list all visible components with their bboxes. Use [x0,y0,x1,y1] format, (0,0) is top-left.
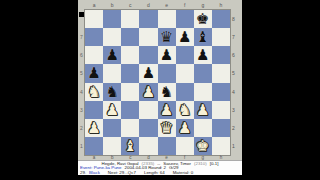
rank-label-left-4: 4 [78,83,85,101]
file-label-d: d [139,155,157,160]
square-f8[interactable] [176,10,194,28]
square-b4[interactable]: ♞ [103,83,121,101]
square-c5[interactable] [121,64,139,82]
white-pawn[interactable]: ♟ [87,119,100,137]
square-c1[interactable]: ♝ [121,137,139,155]
square-c6[interactable] [121,46,139,64]
rank-label-left-2: 2 [78,119,85,137]
square-f5[interactable] [176,64,194,82]
square-a5[interactable]: ♟ [85,64,103,82]
video-frame: abcdefgh 7654321 ♚♛♟♝♟♟♟♟♟♞♞♟♞♟♟♞♟♟♛♟♝♚ … [0,0,320,180]
file-label-a: a [85,155,103,160]
black-king[interactable]: ♚ [196,10,209,28]
square-g7[interactable]: ♝ [194,28,212,46]
status-line: 29.BlackNext: 29...Qc7Length: 64Material… [78,171,242,175]
square-f4[interactable] [176,83,194,101]
black-knight[interactable]: ♞ [160,83,173,101]
square-b6[interactable]: ♟ [103,46,121,64]
next-move: Next: 29...Qc7 [108,170,136,175]
square-g4[interactable] [194,83,212,101]
square-e7[interactable]: ♛ [158,28,176,46]
square-b3[interactable]: ♟ [103,101,121,119]
rank-label-right-2: 2 [230,119,242,137]
square-d3[interactable] [139,101,157,119]
black-queen[interactable]: ♛ [160,28,173,46]
black-to-move-indicator [79,12,84,17]
rank-label-left-1: 1 [78,137,85,155]
black-bishop[interactable]: ♝ [196,28,209,46]
square-a2[interactable]: ♟ [85,119,103,137]
file-labels-top: abcdefgh [78,0,242,10]
square-h7[interactable] [212,28,230,46]
black-knight[interactable]: ♞ [105,83,118,101]
black-pawn[interactable]: ♟ [160,46,173,64]
rank-label-left-7: 7 [78,28,85,46]
white-king[interactable]: ♚ [196,137,209,155]
square-b1[interactable] [103,137,121,155]
square-h4[interactable] [212,83,230,101]
white-pawn[interactable]: ♟ [105,101,118,119]
square-d5[interactable]: ♟ [139,64,157,82]
square-h5[interactable] [212,64,230,82]
rank-label-left-3: 3 [78,101,85,119]
chess-board[interactable]: ♚♛♟♝♟♟♟♟♟♞♞♟♞♟♟♞♟♟♛♟♝♚ [85,10,230,155]
white-queen[interactable]: ♛ [160,119,173,137]
square-a6[interactable] [85,46,103,64]
square-a8[interactable] [85,10,103,28]
square-g2[interactable] [194,119,212,137]
square-b8[interactable] [103,10,121,28]
file-label-c: c [121,0,139,10]
game-info-panel: Hegde, Ravi Gopal(2335)--Saseev, Timor(2… [78,160,242,175]
square-h2[interactable] [212,119,230,137]
square-e8[interactable] [158,10,176,28]
file-label-a: a [85,0,103,10]
square-d6[interactable] [139,46,157,64]
rank-label-left-5: 5 [78,64,85,82]
black-pawn[interactable]: ♟ [142,64,155,82]
file-label-g: g [194,155,212,160]
square-d2[interactable] [139,119,157,137]
square-a1[interactable] [85,137,103,155]
white-pawn[interactable]: ♟ [178,119,191,137]
rank-label-right-8: 8 [230,10,242,28]
black-pawn[interactable]: ♟ [178,28,191,46]
file-label-g: g [194,0,212,10]
square-c4[interactable] [121,83,139,101]
black-pawn[interactable]: ♟ [87,64,100,82]
square-e5[interactable] [158,64,176,82]
square-a7[interactable] [85,28,103,46]
square-e4[interactable]: ♞ [158,83,176,101]
file-label-h: h [212,155,230,160]
square-b5[interactable] [103,64,121,82]
square-e3[interactable]: ♟ [158,101,176,119]
rank-label-right-7: 7 [230,28,242,46]
white-knight[interactable]: ♞ [178,101,191,119]
square-h3[interactable] [212,101,230,119]
rank-label-right-3: 3 [230,101,242,119]
square-a4[interactable]: ♞ [85,83,103,101]
square-f3[interactable]: ♞ [176,101,194,119]
black-player-elo: (2310) [194,161,207,166]
black-pawn[interactable]: ♟ [105,46,118,64]
square-d8[interactable] [139,10,157,28]
game-result: [0-1] [210,161,219,166]
chess-diagram: abcdefgh 7654321 ♚♛♟♝♟♟♟♟♟♞♞♟♞♟♟♞♟♟♛♟♝♚ … [78,0,242,173]
file-label-f: f [176,155,194,160]
square-d1[interactable] [139,137,157,155]
file-label-h: h [212,0,230,10]
square-f1[interactable] [176,137,194,155]
square-b2[interactable] [103,119,121,137]
file-label-e: e [158,0,176,10]
square-e2[interactable]: ♛ [158,119,176,137]
file-label-c: c [121,155,139,160]
white-knight[interactable]: ♞ [87,83,100,101]
square-c2[interactable] [121,119,139,137]
file-label-b: b [103,155,121,160]
white-pawn[interactable]: ♟ [196,101,209,119]
square-h8[interactable] [212,10,230,28]
file-label-e: e [158,155,176,160]
game-length: Length: 64 [144,170,165,175]
square-d7[interactable] [139,28,157,46]
file-labels-bottom: abcdefgh [78,155,242,160]
white-pawn[interactable]: ♟ [142,83,155,101]
rank-labels-left: 7654321 [78,10,85,155]
white-pawn[interactable]: ♟ [160,101,173,119]
rank-label-right-4: 4 [230,83,242,101]
square-b7[interactable] [103,28,121,46]
file-label-b: b [103,0,121,10]
rank-label-left-8 [78,10,85,28]
square-a3[interactable] [85,101,103,119]
square-c7[interactable] [121,28,139,46]
move-number: 29. [80,170,86,175]
file-label-f: f [176,0,194,10]
rank-label-right-1: 1 [230,137,242,155]
black-pawn[interactable]: ♟ [196,46,209,64]
square-f6[interactable] [176,46,194,64]
square-f7[interactable]: ♟ [176,28,194,46]
rank-labels-right: 87654321 [230,10,242,155]
rank-label-left-6: 6 [78,46,85,64]
material-balance: Material: 0 [173,170,194,175]
square-h6[interactable] [212,46,230,64]
square-g5[interactable] [194,64,212,82]
square-g3[interactable]: ♟ [194,101,212,119]
file-label-d: d [139,0,157,10]
square-c3[interactable] [121,101,139,119]
square-h1[interactable] [212,137,230,155]
white-bishop[interactable]: ♝ [124,137,137,155]
square-d4[interactable]: ♟ [139,83,157,101]
rank-label-right-6: 6 [230,46,242,64]
rank-label-right-5: 5 [230,64,242,82]
square-f2[interactable]: ♟ [176,119,194,137]
square-g8[interactable]: ♚ [194,10,212,28]
square-e1[interactable] [158,137,176,155]
square-c8[interactable] [121,10,139,28]
square-g6[interactable]: ♟ [194,46,212,64]
square-e6[interactable]: ♟ [158,46,176,64]
side-to-move: Black [89,170,100,175]
square-g1[interactable]: ♚ [194,137,212,155]
